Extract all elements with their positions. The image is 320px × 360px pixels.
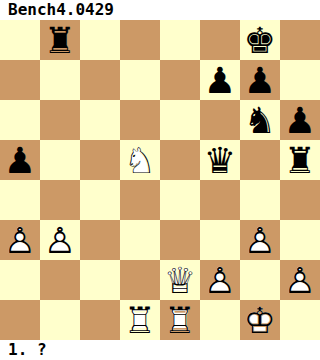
square-e8[interactable] <box>160 20 200 60</box>
square-b3[interactable]: ♟♙ <box>40 220 80 260</box>
square-f6[interactable] <box>200 100 240 140</box>
square-e6[interactable] <box>160 100 200 140</box>
square-a6[interactable] <box>0 100 40 140</box>
square-g8[interactable]: ♚ <box>240 20 280 60</box>
black-king-piece[interactable]: ♚ <box>240 20 280 60</box>
square-b6[interactable] <box>40 100 80 140</box>
black-pawn-piece[interactable]: ♟ <box>280 100 320 140</box>
square-d7[interactable] <box>120 60 160 100</box>
square-f8[interactable] <box>200 20 240 60</box>
square-a8[interactable] <box>0 20 40 60</box>
white-rook-piece[interactable]: ♜♖ <box>120 300 160 340</box>
square-c4[interactable] <box>80 180 120 220</box>
black-queen-piece[interactable]: ♛ <box>200 140 240 180</box>
black-pawn-piece[interactable]: ♟ <box>200 60 240 100</box>
square-b4[interactable] <box>40 180 80 220</box>
square-c1[interactable] <box>80 300 120 340</box>
square-e1[interactable]: ♜♖ <box>160 300 200 340</box>
white-knight-piece[interactable]: ♞♘ <box>120 140 160 180</box>
square-f5[interactable]: ♛ <box>200 140 240 180</box>
square-f4[interactable] <box>200 180 240 220</box>
square-e4[interactable] <box>160 180 200 220</box>
square-c5[interactable] <box>80 140 120 180</box>
square-g1[interactable]: ♚♔ <box>240 300 280 340</box>
square-h3[interactable] <box>280 220 320 260</box>
square-b1[interactable] <box>40 300 80 340</box>
white-pawn-piece[interactable]: ♟♙ <box>40 220 80 260</box>
piece-outline: ♙ <box>240 220 280 260</box>
page-title: Bench4.0429 <box>0 0 320 20</box>
square-c3[interactable] <box>80 220 120 260</box>
square-e5[interactable] <box>160 140 200 180</box>
square-h7[interactable] <box>280 60 320 100</box>
chess-diagram-window: Bench4.0429 ♜♚♟♟♞♟♟♞♘♛♜♟♙♟♙♟♙♛♕♟♙♟♙♜♖♜♖♚… <box>0 0 320 360</box>
square-h6[interactable]: ♟ <box>280 100 320 140</box>
square-e2[interactable]: ♛♕ <box>160 260 200 300</box>
square-c2[interactable] <box>80 260 120 300</box>
square-g6[interactable]: ♞ <box>240 100 280 140</box>
square-g3[interactable]: ♟♙ <box>240 220 280 260</box>
square-g5[interactable] <box>240 140 280 180</box>
square-e7[interactable] <box>160 60 200 100</box>
square-f2[interactable]: ♟♙ <box>200 260 240 300</box>
square-h4[interactable] <box>280 180 320 220</box>
square-h2[interactable]: ♟♙ <box>280 260 320 300</box>
white-pawn-piece[interactable]: ♟♙ <box>200 260 240 300</box>
white-queen-piece[interactable]: ♛♕ <box>160 260 200 300</box>
square-d5[interactable]: ♞♘ <box>120 140 160 180</box>
chess-board: ♜♚♟♟♞♟♟♞♘♛♜♟♙♟♙♟♙♛♕♟♙♟♙♜♖♜♖♚♔ <box>0 20 320 340</box>
piece-outline: ♔ <box>240 300 280 340</box>
square-f1[interactable] <box>200 300 240 340</box>
square-b7[interactable] <box>40 60 80 100</box>
square-d2[interactable] <box>120 260 160 300</box>
square-c6[interactable] <box>80 100 120 140</box>
square-g7[interactable]: ♟ <box>240 60 280 100</box>
piece-outline: ♖ <box>120 300 160 340</box>
square-d6[interactable] <box>120 100 160 140</box>
square-h1[interactable] <box>280 300 320 340</box>
move-prompt: 1. ? <box>0 340 320 360</box>
square-c7[interactable] <box>80 60 120 100</box>
black-knight-piece[interactable]: ♞ <box>240 100 280 140</box>
black-rook-piece[interactable]: ♜ <box>40 20 80 60</box>
piece-outline: ♘ <box>120 140 160 180</box>
piece-outline: ♙ <box>40 220 80 260</box>
black-rook-piece[interactable]: ♜ <box>280 140 320 180</box>
piece-outline: ♕ <box>160 260 200 300</box>
square-c8[interactable] <box>80 20 120 60</box>
square-b5[interactable] <box>40 140 80 180</box>
black-pawn-piece[interactable]: ♟ <box>0 140 40 180</box>
black-pawn-piece[interactable]: ♟ <box>240 60 280 100</box>
square-a7[interactable] <box>0 60 40 100</box>
square-a5[interactable]: ♟ <box>0 140 40 180</box>
square-d3[interactable] <box>120 220 160 260</box>
square-a3[interactable]: ♟♙ <box>0 220 40 260</box>
square-b8[interactable]: ♜ <box>40 20 80 60</box>
square-a2[interactable] <box>0 260 40 300</box>
square-a1[interactable] <box>0 300 40 340</box>
square-h8[interactable] <box>280 20 320 60</box>
white-pawn-piece[interactable]: ♟♙ <box>280 260 320 300</box>
square-g4[interactable] <box>240 180 280 220</box>
square-h5[interactable]: ♜ <box>280 140 320 180</box>
square-a4[interactable] <box>0 180 40 220</box>
square-b2[interactable] <box>40 260 80 300</box>
square-d4[interactable] <box>120 180 160 220</box>
square-e3[interactable] <box>160 220 200 260</box>
piece-outline: ♙ <box>0 220 40 260</box>
white-pawn-piece[interactable]: ♟♙ <box>240 220 280 260</box>
white-king-piece[interactable]: ♚♔ <box>240 300 280 340</box>
square-d8[interactable] <box>120 20 160 60</box>
piece-outline: ♙ <box>200 260 240 300</box>
square-f7[interactable]: ♟ <box>200 60 240 100</box>
white-pawn-piece[interactable]: ♟♙ <box>0 220 40 260</box>
square-d1[interactable]: ♜♖ <box>120 300 160 340</box>
white-rook-piece[interactable]: ♜♖ <box>160 300 200 340</box>
piece-outline: ♖ <box>160 300 200 340</box>
piece-outline: ♙ <box>280 260 320 300</box>
square-g2[interactable] <box>240 260 280 300</box>
square-f3[interactable] <box>200 220 240 260</box>
